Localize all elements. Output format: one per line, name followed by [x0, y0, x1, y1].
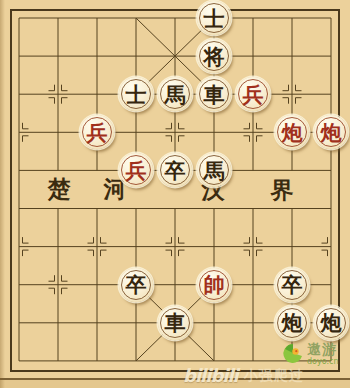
piece-black-general[interactable]: 将: [197, 39, 231, 73]
piece-glyph: 士: [204, 7, 225, 28]
piece-black-soldier[interactable]: 卒: [158, 153, 192, 187]
piece-glyph: 卒: [165, 159, 186, 180]
piece-glyph: 車: [165, 312, 186, 333]
piece-glyph: 炮: [282, 121, 303, 142]
piece-glyph: 兵: [87, 121, 108, 142]
piece-glyph: 兵: [243, 83, 264, 104]
piece-glyph: 卒: [126, 274, 147, 295]
piece-glyph: 将: [204, 45, 225, 66]
doyo-watermark: 遨游 doyo.cn: [283, 342, 338, 366]
piece-black-horse[interactable]: 馬: [158, 77, 192, 111]
piece-red-soldier[interactable]: 兵: [119, 153, 153, 187]
bilibili-watermark: bilibili 小强爬过: [183, 365, 304, 386]
piece-red-soldier[interactable]: 兵: [236, 77, 270, 111]
piece-glyph: 炮: [282, 312, 303, 333]
piece-red-general[interactable]: 帥: [197, 268, 231, 302]
piece-red-cannon[interactable]: 炮: [275, 115, 309, 149]
piece-black-soldier[interactable]: 卒: [119, 268, 153, 302]
xiangqi-game-screen: 楚 河 汉 界 士将士馬車兵兵炮炮兵卒馬卒帥卒車炮炮 遨游 doyo.cn bi…: [0, 0, 350, 388]
piece-layer: 士将士馬車兵兵炮炮兵卒馬卒帥卒車炮炮: [0, 0, 350, 380]
piece-black-soldier[interactable]: 卒: [275, 268, 309, 302]
piece-glyph: 卒: [282, 274, 303, 295]
piece-glyph: 帥: [204, 274, 225, 295]
doyo-domain-text: doyo.cn: [307, 358, 338, 366]
doyo-brand-text: 遨游: [307, 342, 338, 356]
piece-glyph: 炮: [321, 121, 342, 142]
piece-glyph: 士: [126, 83, 147, 104]
piece-black-chariot[interactable]: 車: [197, 77, 231, 111]
piece-black-chariot[interactable]: 車: [158, 306, 192, 340]
bilibili-uploader-label: 小强爬过: [244, 367, 304, 385]
piece-glyph: 兵: [126, 159, 147, 180]
bilibili-logo: bilibili: [183, 365, 238, 386]
piece-red-cannon[interactable]: 炮: [314, 115, 348, 149]
doyo-parrot-icon: [283, 342, 304, 365]
piece-black-cannon[interactable]: 炮: [275, 306, 309, 340]
piece-glyph: 炮: [321, 312, 342, 333]
piece-glyph: 馬: [165, 83, 186, 104]
piece-black-advisor[interactable]: 士: [119, 77, 153, 111]
piece-glyph: 馬: [204, 159, 225, 180]
piece-black-cannon[interactable]: 炮: [314, 306, 348, 340]
piece-black-advisor[interactable]: 士: [197, 1, 231, 35]
piece-black-horse[interactable]: 馬: [197, 153, 231, 187]
piece-glyph: 車: [204, 83, 225, 104]
piece-red-soldier[interactable]: 兵: [80, 115, 114, 149]
